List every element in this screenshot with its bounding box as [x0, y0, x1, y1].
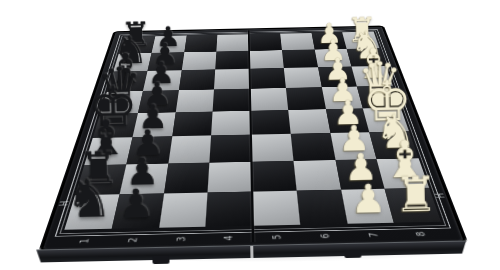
square	[215, 51, 249, 70]
square	[290, 133, 335, 161]
square	[213, 89, 251, 112]
square	[250, 88, 288, 111]
square: ♟	[132, 112, 175, 137]
rank-label: 2	[127, 237, 139, 242]
rank-label-cell: 1	[59, 234, 110, 247]
rank-label-cell: 8	[396, 227, 448, 240]
square	[206, 192, 253, 227]
case-front-seam	[250, 246, 253, 258]
rank-label-cell: 7	[348, 228, 399, 241]
rank-label: 7	[367, 232, 380, 237]
square: ♟	[147, 52, 184, 71]
square: ♛	[100, 91, 143, 114]
rank-label-cell: 3	[156, 232, 205, 245]
case-foot-right	[344, 250, 361, 258]
square	[284, 67, 322, 88]
square	[280, 33, 314, 50]
rank-label-cell: 6	[300, 229, 350, 242]
rank-label: 5	[271, 234, 283, 239]
square: ♟	[138, 90, 179, 113]
rank-label-cell: 4	[205, 231, 254, 244]
piece-black-pawn-a2: ♟	[155, 24, 180, 51]
square: ♟	[111, 194, 163, 229]
square: ♟	[143, 70, 182, 91]
square: ♚	[93, 113, 138, 138]
square	[296, 190, 347, 225]
square	[175, 89, 214, 112]
square: ♜	[119, 36, 155, 53]
piece-white-bishop-g8: ♝	[382, 135, 429, 185]
square	[282, 49, 318, 68]
piece-white-pawn-a7: ♟	[317, 20, 342, 47]
square	[210, 135, 252, 163]
piece-black-rook-a1: ♜	[120, 18, 151, 50]
square	[181, 51, 216, 70]
square: ♟	[151, 36, 186, 53]
square	[184, 35, 218, 52]
rank-label: 6	[319, 233, 331, 238]
square	[286, 87, 326, 110]
piece-black-bishop-f1: ♝	[84, 114, 128, 161]
product-photo-chess-set: ♜♟♟♜♞♟♟♞♝♟♟♝♛♟♟♛♚♟♟♚♝♟♟♞♜♟♟♝♞♟♟♜ 1234567…	[0, 0, 500, 270]
square: ♜	[342, 32, 379, 49]
square	[168, 136, 211, 164]
square	[252, 191, 300, 226]
chess-board-case: ♜♟♟♜♞♟♟♞♝♟♟♝♛♟♟♛♚♟♟♚♝♟♟♞♜♟♟♝♞♟♟♜ 1234567…	[38, 26, 468, 253]
square	[249, 50, 283, 69]
square: ♚	[363, 107, 409, 132]
rank-label: 4	[223, 235, 235, 240]
square: ♟	[318, 67, 357, 87]
rank-label: 3	[175, 236, 187, 241]
square: ♟	[325, 108, 369, 133]
square	[159, 193, 208, 228]
square: ♟	[321, 86, 363, 109]
file-label-right-text: H	[434, 193, 447, 198]
square: ♟	[126, 136, 172, 164]
square	[208, 162, 252, 193]
camera-tilt-wrapper: ♜♟♟♜♞♟♟♞♝♟♟♝♛♟♟♛♚♟♟♚♝♟♟♞♜♟♟♝♞♟♟♜ 1234567…	[0, 0, 500, 270]
square: ♟	[119, 163, 168, 194]
rank-label-cell: 5	[253, 230, 302, 243]
rank-label: 8	[415, 231, 428, 236]
square	[164, 163, 210, 194]
square	[217, 34, 250, 51]
square: ♛	[357, 86, 400, 108]
square	[250, 68, 286, 89]
square	[172, 111, 213, 136]
square: ♝	[352, 66, 393, 86]
rank-label: 1	[78, 238, 91, 243]
square	[249, 34, 282, 51]
square	[251, 161, 296, 192]
piece-white-rook-a8: ♜	[347, 14, 378, 46]
square: ♞	[347, 48, 386, 67]
square	[214, 69, 250, 90]
file-label-left-text: H	[58, 201, 70, 206]
square: ♝	[84, 137, 132, 165]
case-foot-left	[152, 256, 169, 264]
square: ♜	[75, 164, 126, 195]
square: ♟	[314, 49, 351, 68]
square	[288, 109, 330, 134]
square: ♞	[113, 53, 151, 72]
square	[178, 70, 215, 91]
square	[250, 110, 290, 135]
square: ♞	[370, 131, 419, 159]
rank-label-cell: 2	[107, 233, 157, 246]
square	[211, 111, 251, 136]
square	[293, 160, 340, 191]
square: ♝	[377, 158, 429, 189]
square	[251, 134, 293, 162]
square: ♝	[107, 71, 147, 92]
square: ♞	[64, 195, 119, 230]
square: ♟	[311, 32, 347, 49]
square: ♟	[335, 159, 385, 190]
